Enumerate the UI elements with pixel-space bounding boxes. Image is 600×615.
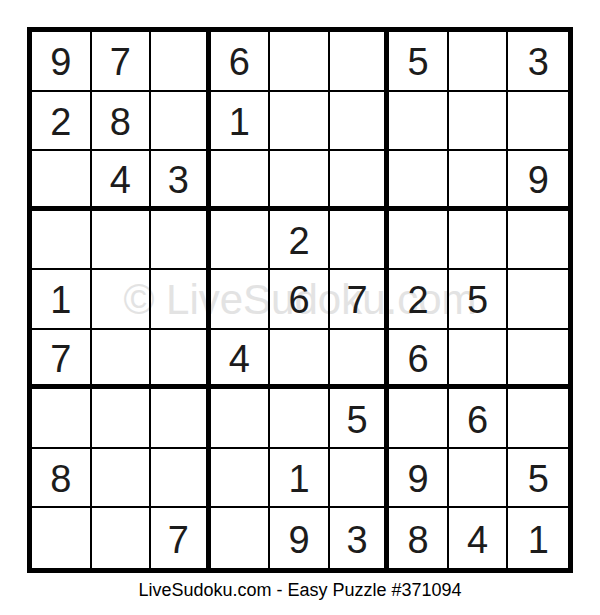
cell-r8c2[interactable]: [92, 449, 152, 509]
cell-r1c9[interactable]: 3: [508, 32, 568, 92]
cell-r9c5[interactable]: 9: [270, 508, 330, 568]
cell-r8c5[interactable]: 1: [270, 449, 330, 509]
cell-r1c4[interactable]: 6: [211, 32, 271, 92]
cell-r9c6[interactable]: 3: [330, 508, 390, 568]
cell-r4c5[interactable]: 2: [270, 211, 330, 271]
cell-r4c8[interactable]: [449, 211, 509, 271]
cell-r5c9[interactable]: [508, 270, 568, 330]
cell-r2c3[interactable]: [151, 92, 211, 152]
cell-r9c2[interactable]: [92, 508, 152, 568]
cell-r6c3[interactable]: [151, 330, 211, 390]
cell-r8c7[interactable]: 9: [389, 449, 449, 509]
cell-r3c9[interactable]: 9: [508, 151, 568, 211]
cell-r1c6[interactable]: [330, 32, 390, 92]
cell-r8c8[interactable]: [449, 449, 509, 509]
cell-r2c1[interactable]: 2: [32, 92, 92, 152]
cell-r5c3[interactable]: [151, 270, 211, 330]
cell-r4c4[interactable]: [211, 211, 271, 271]
cell-r7c5[interactable]: [270, 389, 330, 449]
cell-r9c7[interactable]: 8: [389, 508, 449, 568]
cell-r6c4[interactable]: 4: [211, 330, 271, 390]
cell-r8c1[interactable]: 8: [32, 449, 92, 509]
cell-r7c1[interactable]: [32, 389, 92, 449]
cell-r3c2[interactable]: 4: [92, 151, 152, 211]
cell-r1c3[interactable]: [151, 32, 211, 92]
cell-r6c7[interactable]: 6: [389, 330, 449, 390]
cell-r4c6[interactable]: [330, 211, 390, 271]
cell-r6c8[interactable]: [449, 330, 509, 390]
cell-r7c8[interactable]: 6: [449, 389, 509, 449]
sudoku-page: © LiveSudoku.com 97653281439216725746568…: [0, 0, 600, 615]
cell-r7c3[interactable]: [151, 389, 211, 449]
cell-r3c1[interactable]: [32, 151, 92, 211]
cell-r7c2[interactable]: [92, 389, 152, 449]
cell-r2c7[interactable]: [389, 92, 449, 152]
cell-r9c4[interactable]: [211, 508, 271, 568]
cell-r1c2[interactable]: 7: [92, 32, 152, 92]
cell-r6c1[interactable]: 7: [32, 330, 92, 390]
cell-r6c9[interactable]: [508, 330, 568, 390]
cell-r5c5[interactable]: 6: [270, 270, 330, 330]
cell-r6c2[interactable]: [92, 330, 152, 390]
cell-r5c6[interactable]: 7: [330, 270, 390, 330]
cell-r2c6[interactable]: [330, 92, 390, 152]
cell-r6c6[interactable]: [330, 330, 390, 390]
cell-r8c4[interactable]: [211, 449, 271, 509]
cell-r4c3[interactable]: [151, 211, 211, 271]
cell-r2c4[interactable]: 1: [211, 92, 271, 152]
cell-r7c6[interactable]: 5: [330, 389, 390, 449]
puzzle-caption: LiveSudoku.com - Easy Puzzle #371094: [0, 580, 600, 601]
cell-r2c5[interactable]: [270, 92, 330, 152]
cell-r9c1[interactable]: [32, 508, 92, 568]
cell-r9c9[interactable]: 1: [508, 508, 568, 568]
cell-r5c7[interactable]: 2: [389, 270, 449, 330]
cell-r9c3[interactable]: 7: [151, 508, 211, 568]
cell-r2c9[interactable]: [508, 92, 568, 152]
cell-r4c2[interactable]: [92, 211, 152, 271]
cell-r8c3[interactable]: [151, 449, 211, 509]
cell-r4c1[interactable]: [32, 211, 92, 271]
cell-r9c8[interactable]: 4: [449, 508, 509, 568]
cell-r1c7[interactable]: 5: [389, 32, 449, 92]
cell-r1c5[interactable]: [270, 32, 330, 92]
cell-r3c8[interactable]: [449, 151, 509, 211]
cell-r4c7[interactable]: [389, 211, 449, 271]
cell-r3c4[interactable]: [211, 151, 271, 211]
cell-r7c7[interactable]: [389, 389, 449, 449]
cell-r1c8[interactable]: [449, 32, 509, 92]
cell-r2c8[interactable]: [449, 92, 509, 152]
cell-r7c4[interactable]: [211, 389, 271, 449]
cell-r8c6[interactable]: [330, 449, 390, 509]
cell-r5c2[interactable]: [92, 270, 152, 330]
sudoku-grid: © LiveSudoku.com 97653281439216725746568…: [27, 27, 573, 573]
cell-r5c4[interactable]: [211, 270, 271, 330]
cell-r8c9[interactable]: 5: [508, 449, 568, 509]
cell-r1c1[interactable]: 9: [32, 32, 92, 92]
cell-r3c3[interactable]: 3: [151, 151, 211, 211]
cell-r5c8[interactable]: 5: [449, 270, 509, 330]
cell-r5c1[interactable]: 1: [32, 270, 92, 330]
cell-r6c5[interactable]: [270, 330, 330, 390]
cell-r3c6[interactable]: [330, 151, 390, 211]
cell-r4c9[interactable]: [508, 211, 568, 271]
cell-r3c5[interactable]: [270, 151, 330, 211]
cell-r3c7[interactable]: [389, 151, 449, 211]
cell-r7c9[interactable]: [508, 389, 568, 449]
cell-r2c2[interactable]: 8: [92, 92, 152, 152]
